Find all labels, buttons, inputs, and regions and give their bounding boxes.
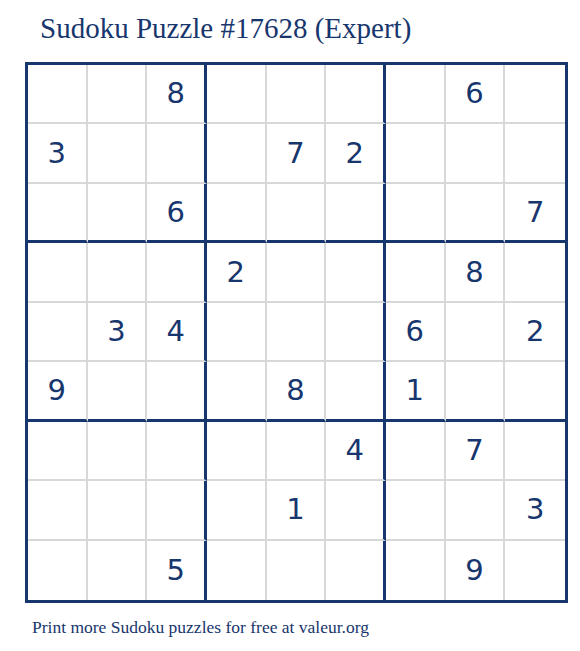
sudoku-cell-r5c7: 6: [386, 303, 446, 362]
sudoku-cell-r3c3: 6: [147, 184, 207, 243]
sudoku-cell-r7c2: [88, 422, 148, 481]
sudoku-cell-r8c9: 3: [505, 481, 565, 540]
sudoku-cell-r6c4: [207, 362, 267, 421]
sudoku-cell-r9c7: [386, 541, 446, 600]
sudoku-cell-r4c8: 8: [446, 243, 506, 302]
sudoku-cell-r6c7: 1: [386, 362, 446, 421]
sudoku-cell-r3c1: [28, 184, 88, 243]
sudoku-cell-r9c8: 9: [446, 541, 506, 600]
sudoku-cell-r5c4: [207, 303, 267, 362]
sudoku-cell-r3c4: [207, 184, 267, 243]
sudoku-cell-r5c5: [267, 303, 327, 362]
sudoku-cell-r8c8: [446, 481, 506, 540]
sudoku-cell-r7c6: 4: [326, 422, 386, 481]
sudoku-cell-r1c4: [207, 65, 267, 124]
sudoku-cell-r1c8: 6: [446, 65, 506, 124]
sudoku-cell-r2c1: 3: [28, 124, 88, 183]
sudoku-cell-r8c4: [207, 481, 267, 540]
sudoku-cell-r7c9: [505, 422, 565, 481]
sudoku-cell-r6c2: [88, 362, 148, 421]
sudoku-cell-r4c7: [386, 243, 446, 302]
sudoku-cell-r7c5: [267, 422, 327, 481]
sudoku-cell-r3c2: [88, 184, 148, 243]
sudoku-cell-r6c5: 8: [267, 362, 327, 421]
sudoku-cell-r9c4: [207, 541, 267, 600]
sudoku-cell-r5c1: [28, 303, 88, 362]
sudoku-cell-r9c2: [88, 541, 148, 600]
sudoku-cell-r1c5: [267, 65, 327, 124]
sudoku-cell-r2c6: 2: [326, 124, 386, 183]
sudoku-cell-r6c3: [147, 362, 207, 421]
sudoku-cell-r3c8: [446, 184, 506, 243]
sudoku-cell-r2c3: [147, 124, 207, 183]
sudoku-cell-r2c8: [446, 124, 506, 183]
sudoku-cell-r1c9: [505, 65, 565, 124]
sudoku-cell-r7c1: [28, 422, 88, 481]
sudoku-cell-r8c3: [147, 481, 207, 540]
sudoku-cell-r9c1: [28, 541, 88, 600]
sudoku-cell-r8c1: [28, 481, 88, 540]
sudoku-cell-r9c9: [505, 541, 565, 600]
sudoku-cell-r2c9: [505, 124, 565, 183]
sudoku-cell-r2c2: [88, 124, 148, 183]
sudoku-cell-r4c6: [326, 243, 386, 302]
sudoku-cell-r5c6: [326, 303, 386, 362]
sudoku-grid: 8637267283462981471359: [25, 62, 568, 603]
sudoku-cell-r2c4: [207, 124, 267, 183]
sudoku-cell-r3c7: [386, 184, 446, 243]
sudoku-cell-r4c1: [28, 243, 88, 302]
footer-text: Print more Sudoku puzzles for free at va…: [32, 617, 369, 638]
sudoku-cell-r4c4: 2: [207, 243, 267, 302]
sudoku-cell-r5c3: 4: [147, 303, 207, 362]
sudoku-cell-r1c2: [88, 65, 148, 124]
sudoku-cell-r2c7: [386, 124, 446, 183]
sudoku-cell-r1c1: [28, 65, 88, 124]
sudoku-cell-r8c6: [326, 481, 386, 540]
sudoku-cell-r3c6: [326, 184, 386, 243]
sudoku-cell-r6c6: [326, 362, 386, 421]
sudoku-cell-r8c7: [386, 481, 446, 540]
sudoku-cell-r4c5: [267, 243, 327, 302]
sudoku-cell-r9c3: 5: [147, 541, 207, 600]
sudoku-cell-r1c7: [386, 65, 446, 124]
sudoku-cell-r4c3: [147, 243, 207, 302]
page-title: Sudoku Puzzle #17628 (Expert): [40, 12, 411, 45]
sudoku-cell-r2c5: 7: [267, 124, 327, 183]
sudoku-cell-r9c6: [326, 541, 386, 600]
sudoku-cell-r5c2: 3: [88, 303, 148, 362]
sudoku-cell-r7c8: 7: [446, 422, 506, 481]
sudoku-cell-r5c9: 2: [505, 303, 565, 362]
sudoku-cell-r8c5: 1: [267, 481, 327, 540]
sudoku-cell-r6c1: 9: [28, 362, 88, 421]
sudoku-cell-r6c8: [446, 362, 506, 421]
sudoku-cell-r5c8: [446, 303, 506, 362]
sudoku-cell-r7c3: [147, 422, 207, 481]
sudoku-cell-r3c5: [267, 184, 327, 243]
sudoku-cell-r1c3: 8: [147, 65, 207, 124]
sudoku-cell-r3c9: 7: [505, 184, 565, 243]
sudoku-cell-r8c2: [88, 481, 148, 540]
sudoku-cell-r6c9: [505, 362, 565, 421]
sudoku-print-page: Sudoku Puzzle #17628 (Expert) 8637267283…: [0, 0, 580, 651]
sudoku-cell-r9c5: [267, 541, 327, 600]
sudoku-cell-r4c9: [505, 243, 565, 302]
sudoku-cell-r4c2: [88, 243, 148, 302]
sudoku-cell-r1c6: [326, 65, 386, 124]
sudoku-cell-r7c4: [207, 422, 267, 481]
sudoku-cell-r7c7: [386, 422, 446, 481]
